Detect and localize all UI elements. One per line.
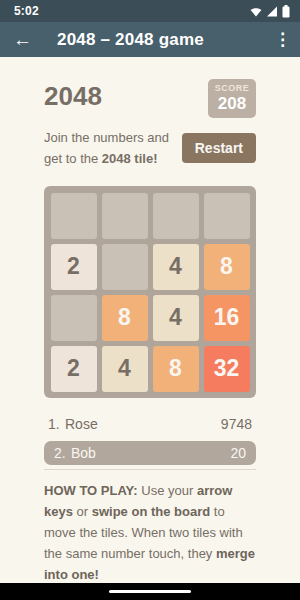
howto-part: Use your (138, 483, 197, 498)
board[interactable]: 248841624832 (44, 186, 256, 398)
divider (44, 469, 256, 470)
leaderboard-row-1: 1. Rose 9748 (44, 414, 256, 434)
leaderboard: 1. Rose 9748 2. Bob 20 (44, 414, 256, 465)
tile-4-r2c3: 4 (153, 244, 199, 290)
app-bar: ← 2048 – 2048 game ⋮ (0, 22, 300, 57)
howto-part: HOW TO PLAY: (44, 483, 138, 498)
tile-32-r4c4: 32 (204, 346, 250, 392)
header-row: 2048 SCORE 208 (44, 79, 256, 118)
howto-part: or (73, 504, 92, 519)
score-value: 208 (208, 94, 256, 113)
how-to-play-text: HOW TO PLAY: Use your arrow keys or swip… (44, 480, 256, 585)
howto-part: swipe on the board (92, 504, 210, 519)
status-time: 5:02 (14, 4, 39, 18)
main-content: 2048 SCORE 208 Join the numbers and get … (0, 79, 300, 585)
empty-cell-r1c3 (153, 193, 199, 239)
empty-cell-r3c1 (51, 295, 97, 341)
player-name: Rose (65, 416, 98, 432)
sub-row: Join the numbers and get to the 2048 til… (44, 127, 256, 169)
leaderboard-row-2: 2. Bob 20 (44, 441, 256, 465)
empty-cell-r1c1 (51, 193, 97, 239)
app-bar-title: 2048 – 2048 game (57, 30, 274, 50)
wifi-icon (250, 6, 262, 17)
cell-signal-icon (266, 6, 278, 17)
restart-button[interactable]: Restart (182, 133, 256, 163)
gesture-pill[interactable] (109, 590, 191, 593)
status-icons (250, 5, 290, 18)
tagline: Join the numbers and get to the 2048 til… (44, 127, 182, 169)
rank: 1. (48, 416, 65, 432)
tile-8-r4c3: 8 (153, 346, 199, 392)
navigation-bar (0, 583, 300, 600)
battery-icon (282, 5, 290, 18)
empty-cell-r2c2 (102, 244, 148, 290)
phone-screen: 5:02 ← 2048 – 2048 game ⋮ 2048 SCORE 208 (0, 0, 300, 600)
tagline-bold: 2048 tile! (102, 151, 158, 166)
page-title: 2048 (44, 79, 102, 113)
score-label: SCORE (208, 83, 256, 94)
tile-16-r3c4: 16 (204, 295, 250, 341)
status-bar: 5:02 (0, 0, 300, 22)
tile-4-r4c2: 4 (102, 346, 148, 392)
player-name: Bob (71, 445, 96, 461)
player-score: 9748 (221, 416, 252, 432)
tile-4-r3c3: 4 (153, 295, 199, 341)
tile-2-r4c1: 2 (51, 346, 97, 392)
empty-cell-r1c2 (102, 193, 148, 239)
score-box: SCORE 208 (208, 79, 256, 118)
tile-2-r2c1: 2 (51, 244, 97, 290)
tile-8-r3c2: 8 (102, 295, 148, 341)
tile-8-r2c4: 8 (204, 244, 250, 290)
empty-cell-r1c4 (204, 193, 250, 239)
player-score: 20 (230, 445, 246, 461)
rank: 2. (54, 445, 71, 461)
back-arrow-icon[interactable]: ← (13, 30, 37, 49)
kebab-menu-icon[interactable]: ⋮ (274, 29, 290, 50)
